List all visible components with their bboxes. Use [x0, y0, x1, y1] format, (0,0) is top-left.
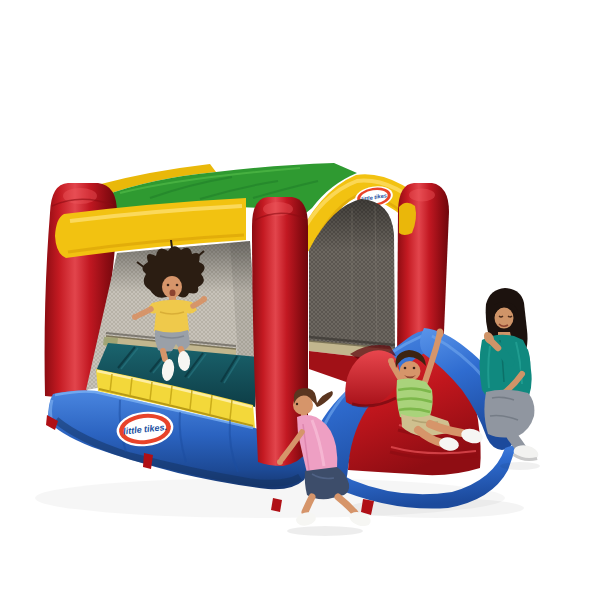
bounce-house-scene: little tikes [0, 0, 600, 600]
woman-lower-sleeve [524, 352, 526, 372]
girl-jumping-shorts [155, 330, 190, 352]
woman-jeans [484, 390, 534, 438]
product-photo: little tikes [0, 0, 600, 600]
anchor-tab-front [143, 453, 153, 469]
